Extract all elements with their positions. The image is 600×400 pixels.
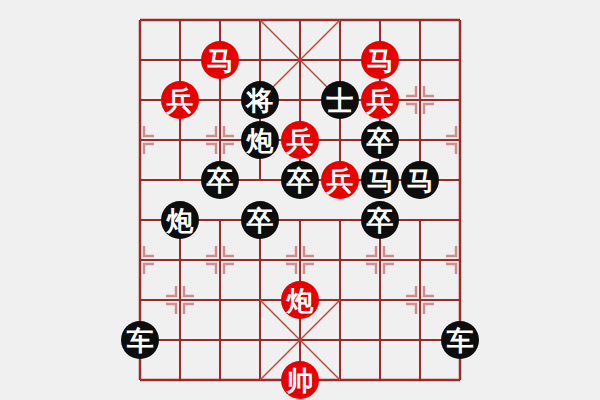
piece-red-general[interactable]: 帅: [281, 361, 319, 399]
piece-black-advisor[interactable]: 士: [321, 81, 359, 119]
piece-red-horse[interactable]: 马: [201, 41, 239, 79]
piece-red-horse[interactable]: 马: [361, 41, 399, 79]
piece-black-soldier[interactable]: 卒: [361, 201, 399, 239]
xiangqi-diagram: 马马兵将士兵炮兵卒卒卒兵马马炮卒卒炮车车帅: [0, 0, 600, 400]
piece-black-soldier[interactable]: 卒: [201, 161, 239, 199]
piece-black-soldier[interactable]: 卒: [241, 201, 279, 239]
piece-black-horse[interactable]: 马: [401, 161, 439, 199]
piece-red-soldier[interactable]: 兵: [161, 81, 199, 119]
piece-red-soldier[interactable]: 兵: [281, 121, 319, 159]
piece-black-cannon[interactable]: 炮: [161, 201, 199, 239]
piece-black-general[interactable]: 将: [241, 81, 279, 119]
piece-red-soldier[interactable]: 兵: [361, 81, 399, 119]
piece-red-cannon[interactable]: 炮: [281, 281, 319, 319]
piece-black-soldier[interactable]: 卒: [281, 161, 319, 199]
piece-red-soldier[interactable]: 兵: [321, 161, 359, 199]
piece-black-chariot[interactable]: 车: [441, 321, 479, 359]
piece-black-horse[interactable]: 马: [361, 161, 399, 199]
piece-black-chariot[interactable]: 车: [121, 321, 159, 359]
piece-black-cannon[interactable]: 炮: [241, 121, 279, 159]
piece-black-soldier[interactable]: 卒: [361, 121, 399, 159]
piece-layer: 马马兵将士兵炮兵卒卒卒兵马马炮卒卒炮车车帅: [120, 0, 480, 400]
